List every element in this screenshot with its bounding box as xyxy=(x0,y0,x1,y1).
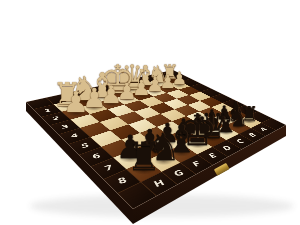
pieces-layer: ♜♞♟♝♟♛♟♚♟♝♟♞♟♜♟♟♟♟♜♟♞♟♝♟♛♟♚♟♝♟♞♜ xyxy=(0,0,300,225)
white-pawn-h2: ♟ xyxy=(63,88,89,117)
black-rook-h8: ♜ xyxy=(127,137,162,176)
chess-set-product-photo: 12345678HGFEDCBA ♜♞♟♝♟♛♟♚♟♝♟♞♟♜♟♟♟♟♜♟♞♟♝… xyxy=(0,0,300,225)
